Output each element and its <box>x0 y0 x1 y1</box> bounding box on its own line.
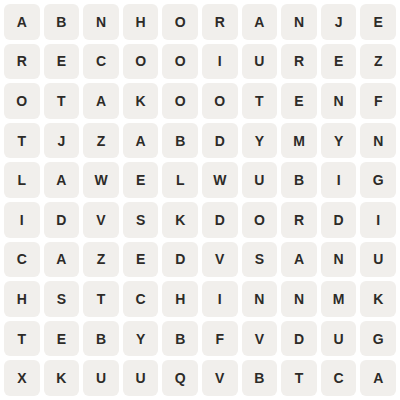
grid-cell[interactable]: A <box>83 83 119 119</box>
grid-cell[interactable]: N <box>360 123 396 159</box>
grid-cell[interactable]: F <box>360 83 396 119</box>
grid-cell[interactable]: N <box>281 4 317 40</box>
grid-cell[interactable]: O <box>162 4 198 40</box>
grid-cell[interactable]: E <box>321 44 357 80</box>
grid-cell[interactable]: V <box>202 360 238 396</box>
grid-cell[interactable]: R <box>4 44 40 80</box>
grid-cell[interactable]: Y <box>123 321 159 357</box>
grid-cell[interactable]: M <box>281 123 317 159</box>
grid-cell[interactable]: I <box>202 44 238 80</box>
grid-cell[interactable]: V <box>202 242 238 278</box>
grid-cell[interactable]: Q <box>162 360 198 396</box>
grid-cell[interactable]: V <box>242 321 278 357</box>
grid-cell[interactable]: U <box>242 162 278 198</box>
grid-cell[interactable]: E <box>123 162 159 198</box>
grid-cell[interactable]: F <box>202 321 238 357</box>
grid-cell[interactable]: I <box>360 202 396 238</box>
grid-cell[interactable]: C <box>123 281 159 317</box>
word-search-grid: ABNHORANJERECOOIUREZOTAKOOTENFTJZABDYMYN… <box>0 0 400 400</box>
grid-cell[interactable]: G <box>360 162 396 198</box>
grid-cell[interactable]: Z <box>360 44 396 80</box>
grid-cell[interactable]: C <box>4 242 40 278</box>
grid-cell[interactable]: Z <box>83 123 119 159</box>
grid-cell[interactable]: B <box>44 4 80 40</box>
grid-cell[interactable]: W <box>202 162 238 198</box>
grid-cell[interactable]: M <box>321 281 357 317</box>
grid-cell[interactable]: O <box>162 83 198 119</box>
grid-cell[interactable]: O <box>162 44 198 80</box>
grid-cell[interactable]: D <box>202 202 238 238</box>
grid-cell[interactable]: R <box>281 44 317 80</box>
grid-cell[interactable]: E <box>360 4 396 40</box>
grid-cell[interactable]: I <box>321 162 357 198</box>
grid-cell[interactable]: N <box>281 281 317 317</box>
grid-cell[interactable]: O <box>4 83 40 119</box>
grid-cell[interactable]: U <box>321 321 357 357</box>
grid-cell[interactable]: T <box>44 83 80 119</box>
grid-cell[interactable]: A <box>4 4 40 40</box>
grid-cell[interactable]: I <box>4 202 40 238</box>
grid-cell[interactable]: H <box>4 281 40 317</box>
grid-cell[interactable]: S <box>44 281 80 317</box>
grid-cell[interactable]: X <box>4 360 40 396</box>
grid-cell[interactable]: N <box>321 242 357 278</box>
grid-cell[interactable]: W <box>83 162 119 198</box>
grid-cell[interactable]: N <box>83 4 119 40</box>
grid-cell[interactable]: J <box>321 4 357 40</box>
grid-cell[interactable]: J <box>44 123 80 159</box>
grid-cell[interactable]: D <box>44 202 80 238</box>
grid-cell[interactable]: K <box>123 83 159 119</box>
grid-cell[interactable]: O <box>242 202 278 238</box>
grid-cell[interactable]: T <box>83 281 119 317</box>
grid-cell[interactable]: A <box>44 242 80 278</box>
grid-cell[interactable]: Y <box>321 123 357 159</box>
grid-cell[interactable]: C <box>83 44 119 80</box>
grid-cell[interactable]: A <box>123 123 159 159</box>
grid-cell[interactable]: S <box>123 202 159 238</box>
grid-cell[interactable]: V <box>83 202 119 238</box>
grid-cell[interactable]: U <box>83 360 119 396</box>
grid-cell[interactable]: R <box>202 4 238 40</box>
grid-cell[interactable]: N <box>242 281 278 317</box>
grid-cell[interactable]: H <box>123 4 159 40</box>
grid-cell[interactable]: B <box>281 162 317 198</box>
grid-cell[interactable]: C <box>321 360 357 396</box>
grid-cell[interactable]: E <box>44 44 80 80</box>
grid-cell[interactable]: D <box>281 321 317 357</box>
grid-cell[interactable]: U <box>242 44 278 80</box>
grid-cell[interactable]: T <box>281 360 317 396</box>
grid-cell[interactable]: B <box>162 123 198 159</box>
grid-cell[interactable]: B <box>242 360 278 396</box>
grid-cell[interactable]: T <box>242 83 278 119</box>
grid-cell[interactable]: T <box>4 123 40 159</box>
grid-cell[interactable]: K <box>360 281 396 317</box>
grid-cell[interactable]: U <box>360 242 396 278</box>
grid-cell[interactable]: A <box>44 162 80 198</box>
grid-cell[interactable]: A <box>281 242 317 278</box>
grid-cell[interactable]: E <box>281 83 317 119</box>
grid-cell[interactable]: D <box>162 242 198 278</box>
grid-cell[interactable]: A <box>242 4 278 40</box>
grid-cell[interactable]: L <box>162 162 198 198</box>
grid-cell[interactable]: L <box>4 162 40 198</box>
grid-cell[interactable]: S <box>242 242 278 278</box>
grid-cell[interactable]: E <box>123 242 159 278</box>
grid-cell[interactable]: E <box>44 321 80 357</box>
grid-cell[interactable]: Y <box>242 123 278 159</box>
grid-cell[interactable]: U <box>123 360 159 396</box>
grid-cell[interactable]: O <box>123 44 159 80</box>
grid-cell[interactable]: G <box>360 321 396 357</box>
grid-cell[interactable]: R <box>281 202 317 238</box>
grid-cell[interactable]: A <box>360 360 396 396</box>
grid-cell[interactable]: K <box>162 202 198 238</box>
grid-cell[interactable]: Z <box>83 242 119 278</box>
grid-cell[interactable]: I <box>202 281 238 317</box>
grid-cell[interactable]: H <box>162 281 198 317</box>
grid-cell[interactable]: K <box>44 360 80 396</box>
grid-cell[interactable]: O <box>202 83 238 119</box>
grid-cell[interactable]: B <box>83 321 119 357</box>
grid-cell[interactable]: D <box>202 123 238 159</box>
grid-cell[interactable]: B <box>162 321 198 357</box>
grid-cell[interactable]: N <box>321 83 357 119</box>
grid-cell[interactable]: D <box>321 202 357 238</box>
grid-cell[interactable]: T <box>4 321 40 357</box>
